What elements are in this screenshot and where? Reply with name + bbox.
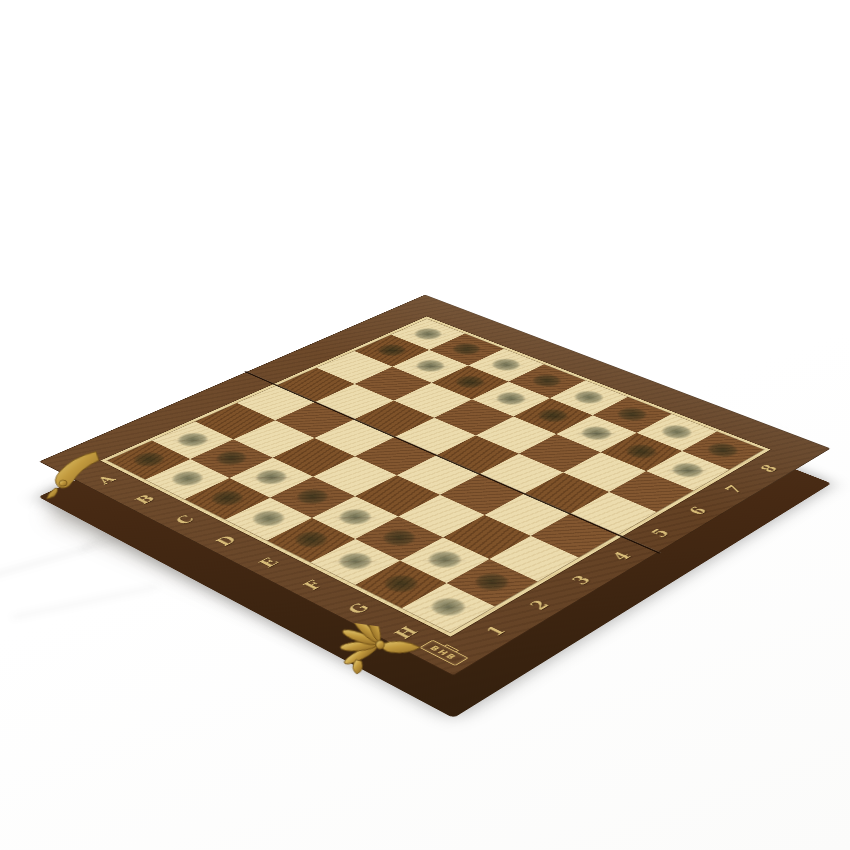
brass-hinge-icon <box>39 441 109 503</box>
brass-clasp-icon <box>322 620 426 701</box>
chess-board: ABCDEFGH 87654321 BHB ♜♞♟♝♟♛♟♚♟♝♟♞♟♟♜♟♟♜… <box>39 295 831 676</box>
black-pawn-icon: ♟ <box>617 416 759 477</box>
background-streak <box>11 584 159 619</box>
photo-background: ABCDEFGH 87654321 BHB ♜♞♟♝♟♛♟♚♟♝♟♞♟♟♜♟♟♜… <box>0 0 850 850</box>
white-rook-icon: ♜ <box>369 532 527 616</box>
